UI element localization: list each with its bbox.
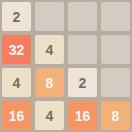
tile-2: 2 xyxy=(68,68,97,97)
tile-16: 16 xyxy=(2,101,31,130)
tile-4: 4 xyxy=(2,68,31,97)
cell-empty xyxy=(101,2,130,31)
cell-empty xyxy=(68,2,97,31)
tile-4: 4 xyxy=(35,35,64,64)
cell-empty xyxy=(68,35,97,64)
cell-empty xyxy=(101,68,130,97)
2048-board[interactable]: 2324482164168 xyxy=(0,0,132,132)
cell-empty xyxy=(35,2,64,31)
tile-8: 8 xyxy=(35,68,64,97)
tile-16: 16 xyxy=(68,101,97,130)
cell-empty xyxy=(101,35,130,64)
tile-2: 2 xyxy=(2,2,31,31)
tile-8: 8 xyxy=(101,101,130,130)
tile-4: 4 xyxy=(35,101,64,130)
tile-32: 32 xyxy=(2,35,31,64)
